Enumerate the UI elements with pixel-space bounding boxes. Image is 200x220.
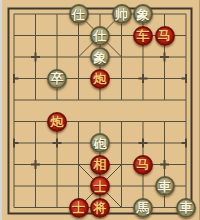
piece-glyph: 相 [94,158,107,171]
piece-red-cannon[interactable]: 炮 [47,112,67,132]
piece-glyph: 马 [158,29,171,42]
piece-glyph: 车 [137,29,150,42]
piece-red-cannon[interactable]: 炮 [90,69,110,89]
piece-glyph: 車 [158,180,171,193]
piece-red-horse[interactable]: 马 [155,26,175,46]
piece-red-advisor[interactable]: 士 [69,198,89,218]
piece-glyph: 象 [137,8,150,21]
piece-white-horse[interactable]: 馬 [133,198,153,218]
piece-red-chariot[interactable]: 车 [133,26,153,46]
piece-glyph: 帅 [115,8,128,21]
piece-white-general[interactable]: 帅 [112,4,132,24]
piece-glyph: 马 [137,158,150,171]
piece-glyph: 砲 [94,137,107,150]
piece-glyph: 仕 [72,8,85,21]
piece-glyph: 象 [94,51,107,64]
piece-glyph: 将 [94,201,107,214]
piece-glyph: 士 [94,180,107,193]
piece-white-elephant[interactable]: 象 [90,47,110,67]
piece-white-cannon[interactable]: 砲 [90,133,110,153]
piece-white-soldier[interactable]: 卒 [47,69,67,89]
piece-glyph: 馬 [137,201,150,214]
piece-red-horse[interactable]: 马 [133,155,153,175]
piece-glyph: 車 [180,201,193,214]
piece-glyph: 仕 [94,29,107,42]
piece-red-general[interactable]: 将 [90,198,110,218]
piece-white-chariot[interactable]: 車 [155,176,175,196]
piece-red-advisor[interactable]: 士 [90,176,110,196]
piece-glyph: 炮 [94,72,107,85]
xiangqi-app-screen: 仕帅象仕车马象卒炮炮砲相马士車士将馬車 [0,0,200,220]
piece-white-elephant[interactable]: 象 [133,4,153,24]
piece-red-elephant[interactable]: 相 [90,155,110,175]
piece-white-chariot[interactable]: 車 [176,198,196,218]
piece-glyph: 士 [72,201,85,214]
piece-glyph: 卒 [51,72,64,85]
piece-glyph: 炮 [51,115,64,128]
piece-white-advisor[interactable]: 仕 [90,26,110,46]
piece-white-advisor[interactable]: 仕 [69,4,89,24]
